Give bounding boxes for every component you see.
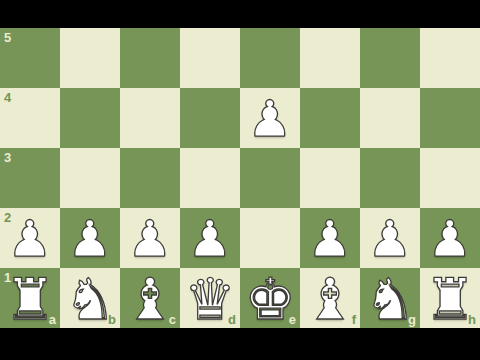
square-d5[interactable] xyxy=(180,28,240,88)
square-h2[interactable]: ♟ xyxy=(420,208,480,268)
square-e1[interactable]: ♚e xyxy=(240,268,300,328)
square-f2[interactable]: ♟ xyxy=(300,208,360,268)
square-h3[interactable] xyxy=(420,148,480,208)
square-a2[interactable]: ♟2 xyxy=(0,208,60,268)
square-d1[interactable]: ♛d xyxy=(180,268,240,328)
white-king-icon[interactable]: ♚ xyxy=(244,271,295,328)
square-c5[interactable] xyxy=(120,28,180,88)
square-e4[interactable]: ♟ xyxy=(240,88,300,148)
square-e2[interactable] xyxy=(240,208,300,268)
square-f3[interactable] xyxy=(300,148,360,208)
square-a1[interactable]: ♜1a xyxy=(0,268,60,328)
rank-label-4: 4 xyxy=(4,91,11,104)
white-bishop-icon[interactable]: ♝ xyxy=(304,271,355,328)
white-rook-icon[interactable]: ♜ xyxy=(4,271,55,328)
square-e5[interactable] xyxy=(240,28,300,88)
square-h5[interactable] xyxy=(420,28,480,88)
square-b5[interactable] xyxy=(60,28,120,88)
white-pawn-icon[interactable]: ♟ xyxy=(8,214,53,264)
square-d2[interactable]: ♟ xyxy=(180,208,240,268)
square-b1[interactable]: ♞b xyxy=(60,268,120,328)
white-pawn-icon[interactable]: ♟ xyxy=(428,214,473,264)
square-b3[interactable] xyxy=(60,148,120,208)
square-g4[interactable] xyxy=(360,88,420,148)
white-knight-icon[interactable]: ♞ xyxy=(364,271,415,328)
white-pawn-icon[interactable]: ♟ xyxy=(68,214,113,264)
square-g3[interactable] xyxy=(360,148,420,208)
square-b2[interactable]: ♟ xyxy=(60,208,120,268)
square-h1[interactable]: ♜h xyxy=(420,268,480,328)
square-a5[interactable]: 5 xyxy=(0,28,60,88)
square-c3[interactable] xyxy=(120,148,180,208)
rank-label-3: 3 xyxy=(4,151,11,164)
square-a3[interactable]: 3 xyxy=(0,148,60,208)
rank-label-5: 5 xyxy=(4,31,11,44)
square-c1[interactable]: ♝c xyxy=(120,268,180,328)
white-pawn-icon[interactable]: ♟ xyxy=(368,214,413,264)
white-rook-icon[interactable]: ♜ xyxy=(424,271,475,328)
chess-board: 54♟3♟2♟♟♟♟♟♟♜1a♞b♝c♛d♚e♝f♞g♜h xyxy=(0,28,480,328)
letterbox-top xyxy=(0,0,480,28)
white-pawn-icon[interactable]: ♟ xyxy=(128,214,173,264)
square-h4[interactable] xyxy=(420,88,480,148)
square-d4[interactable] xyxy=(180,88,240,148)
square-c2[interactable]: ♟ xyxy=(120,208,180,268)
square-f1[interactable]: ♝f xyxy=(300,268,360,328)
white-pawn-icon[interactable]: ♟ xyxy=(188,214,233,264)
letterbox-bottom xyxy=(0,328,480,360)
square-g1[interactable]: ♞g xyxy=(360,268,420,328)
white-bishop-icon[interactable]: ♝ xyxy=(124,271,175,328)
white-pawn-icon[interactable]: ♟ xyxy=(308,214,353,264)
white-pawn-icon[interactable]: ♟ xyxy=(248,94,293,144)
square-e3[interactable] xyxy=(240,148,300,208)
square-c4[interactable] xyxy=(120,88,180,148)
square-g5[interactable] xyxy=(360,28,420,88)
white-knight-icon[interactable]: ♞ xyxy=(64,271,115,328)
square-b4[interactable] xyxy=(60,88,120,148)
square-d3[interactable] xyxy=(180,148,240,208)
square-f5[interactable] xyxy=(300,28,360,88)
white-queen-icon[interactable]: ♛ xyxy=(184,271,235,328)
square-a4[interactable]: 4 xyxy=(0,88,60,148)
square-g2[interactable]: ♟ xyxy=(360,208,420,268)
square-f4[interactable] xyxy=(300,88,360,148)
